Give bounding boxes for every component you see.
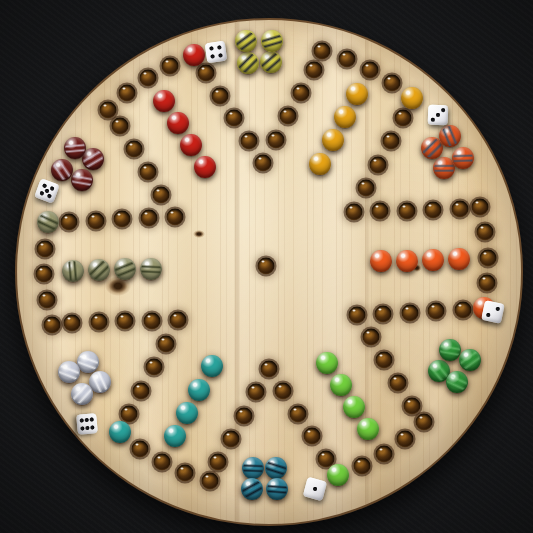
die-pip xyxy=(80,426,84,430)
die-6[interactable] xyxy=(76,413,98,435)
die-5[interactable] xyxy=(34,178,60,204)
hole[interactable] xyxy=(293,85,310,102)
hole[interactable] xyxy=(197,65,214,82)
die-pip xyxy=(209,46,214,51)
hole[interactable] xyxy=(362,329,379,346)
pieces-layer xyxy=(0,0,533,533)
marble-teal[interactable] xyxy=(176,402,198,424)
hole[interactable] xyxy=(404,397,421,414)
hole[interactable] xyxy=(267,131,284,148)
marble-teal[interactable] xyxy=(109,421,131,443)
marble-blueswirl[interactable] xyxy=(265,457,287,479)
hole[interactable] xyxy=(375,305,392,322)
wood-knot xyxy=(193,230,205,238)
hole[interactable] xyxy=(303,428,320,445)
die-pip xyxy=(50,186,55,191)
hole[interactable] xyxy=(477,224,494,241)
hole[interactable] xyxy=(162,57,179,74)
die-2[interactable] xyxy=(481,300,505,324)
hole[interactable] xyxy=(258,258,275,275)
marble-red[interactable] xyxy=(167,112,189,134)
hole[interactable] xyxy=(455,302,472,319)
hole[interactable] xyxy=(90,314,107,331)
die-pip xyxy=(90,425,94,429)
marble-orange[interactable] xyxy=(396,250,418,272)
hole[interactable] xyxy=(415,414,432,431)
marble-green[interactable] xyxy=(327,464,349,486)
die-pip xyxy=(218,53,223,58)
hole[interactable] xyxy=(143,312,160,329)
marble-pearl[interactable] xyxy=(77,351,99,373)
hole[interactable] xyxy=(357,180,374,197)
hole[interactable] xyxy=(140,210,157,227)
hole[interactable] xyxy=(428,303,445,320)
marble-orange[interactable] xyxy=(422,249,444,271)
hole[interactable] xyxy=(305,61,322,78)
hole[interactable] xyxy=(170,312,187,329)
die-pip xyxy=(47,194,52,199)
hole[interactable] xyxy=(314,43,331,60)
marble-gold[interactable] xyxy=(334,106,356,128)
marble-gold[interactable] xyxy=(322,129,344,151)
die-pip xyxy=(486,313,491,318)
marble-red[interactable] xyxy=(194,156,216,178)
marble-catseye[interactable] xyxy=(237,52,259,74)
hole[interactable] xyxy=(261,360,278,377)
hole[interactable] xyxy=(398,202,415,219)
marble-orangeswirl[interactable] xyxy=(452,147,474,169)
marble-pearl[interactable] xyxy=(71,383,93,405)
die-4[interactable] xyxy=(205,41,228,64)
die-pip xyxy=(90,418,94,422)
marble-teal[interactable] xyxy=(188,379,210,401)
die-pip xyxy=(431,118,435,122)
marble-green[interactable] xyxy=(316,352,338,374)
marble-camo[interactable] xyxy=(114,258,136,280)
hole[interactable] xyxy=(36,266,53,283)
hole[interactable] xyxy=(401,304,418,321)
hole[interactable] xyxy=(64,314,81,331)
marble-maroon[interactable] xyxy=(64,137,86,159)
die-pip xyxy=(85,425,89,429)
hole[interactable] xyxy=(60,213,77,230)
hole[interactable] xyxy=(38,291,55,308)
hole[interactable] xyxy=(36,240,53,257)
marble-blueswirl[interactable] xyxy=(241,478,263,500)
hole[interactable] xyxy=(376,352,393,369)
hole[interactable] xyxy=(132,440,149,457)
marble-gold[interactable] xyxy=(401,87,423,109)
marble-camo[interactable] xyxy=(88,259,110,281)
marble-blueswirl[interactable] xyxy=(242,457,264,479)
die-pip xyxy=(217,45,222,50)
hole[interactable] xyxy=(154,454,171,471)
hole[interactable] xyxy=(425,201,442,218)
marble-catseye[interactable] xyxy=(235,30,257,52)
marble-red[interactable] xyxy=(183,44,205,66)
marble-orangeswirl[interactable] xyxy=(439,125,461,147)
die-pip xyxy=(436,113,440,117)
marble-red[interactable] xyxy=(180,134,202,156)
hole[interactable] xyxy=(248,384,265,401)
die-pip xyxy=(313,487,318,492)
hole[interactable] xyxy=(43,316,60,333)
marble-camo[interactable] xyxy=(62,260,84,282)
hole[interactable] xyxy=(100,101,117,118)
marble-gold[interactable] xyxy=(309,153,331,175)
hole[interactable] xyxy=(375,446,392,463)
hole[interactable] xyxy=(145,359,162,376)
marble-orange[interactable] xyxy=(370,250,392,272)
marble-catseye[interactable] xyxy=(260,51,282,73)
hole[interactable] xyxy=(472,199,489,216)
hole[interactable] xyxy=(153,186,170,203)
hole[interactable] xyxy=(396,431,413,448)
marble-darkgreen[interactable] xyxy=(446,371,468,393)
hole[interactable] xyxy=(394,109,411,126)
hole[interactable] xyxy=(372,203,389,220)
hole[interactable] xyxy=(345,203,362,220)
die-pip xyxy=(85,418,89,422)
marble-darkgreen[interactable] xyxy=(459,349,481,371)
hole[interactable] xyxy=(361,61,378,78)
hole[interactable] xyxy=(140,69,157,86)
hole[interactable] xyxy=(111,118,128,135)
hole[interactable] xyxy=(125,141,142,158)
marble-catseye[interactable] xyxy=(261,30,283,52)
marble-camo[interactable] xyxy=(140,258,162,280)
die-1[interactable] xyxy=(303,477,327,501)
hole[interactable] xyxy=(235,407,252,424)
marble-pearl[interactable] xyxy=(58,361,80,383)
hole[interactable] xyxy=(348,306,365,323)
hole[interactable] xyxy=(222,430,239,447)
hole[interactable] xyxy=(201,472,218,489)
photo-scene xyxy=(0,0,533,533)
marble-camo[interactable] xyxy=(37,211,59,233)
hole[interactable] xyxy=(254,155,271,172)
hole[interactable] xyxy=(117,313,134,330)
hole[interactable] xyxy=(353,458,370,475)
hole[interactable] xyxy=(177,464,194,481)
die-pip xyxy=(210,54,215,59)
hole[interactable] xyxy=(119,84,136,101)
hole[interactable] xyxy=(479,249,496,266)
hole[interactable] xyxy=(121,406,138,423)
die-pip xyxy=(42,183,47,188)
marble-blueswirl[interactable] xyxy=(266,478,288,500)
die-pip xyxy=(495,307,500,312)
die-3[interactable] xyxy=(428,105,449,126)
hole[interactable] xyxy=(167,209,184,226)
marble-green[interactable] xyxy=(343,396,365,418)
marble-gold[interactable] xyxy=(346,83,368,105)
hole[interactable] xyxy=(226,110,243,127)
hole[interactable] xyxy=(139,163,156,180)
marble-teal[interactable] xyxy=(164,425,186,447)
hole[interactable] xyxy=(451,201,468,218)
die-pip xyxy=(39,191,44,196)
hole[interactable] xyxy=(114,211,131,228)
hole[interactable] xyxy=(158,335,175,352)
hole[interactable] xyxy=(133,382,150,399)
marble-red[interactable] xyxy=(153,90,175,112)
hole[interactable] xyxy=(383,75,400,92)
hole[interactable] xyxy=(212,87,229,104)
die-pip xyxy=(441,108,445,112)
hole[interactable] xyxy=(87,212,104,229)
marble-teal[interactable] xyxy=(201,355,223,377)
hole[interactable] xyxy=(370,156,387,173)
marble-maroon[interactable] xyxy=(71,169,93,191)
marble-green[interactable] xyxy=(330,374,352,396)
marble-maroon[interactable] xyxy=(51,159,73,181)
hole[interactable] xyxy=(338,51,355,68)
marble-maroon[interactable] xyxy=(82,148,104,170)
hole[interactable] xyxy=(289,405,306,422)
marble-orange[interactable] xyxy=(448,248,470,270)
hole[interactable] xyxy=(280,108,297,125)
marble-green[interactable] xyxy=(357,418,379,440)
die-pip xyxy=(79,419,83,423)
hole[interactable] xyxy=(390,374,407,391)
hole[interactable] xyxy=(210,454,227,471)
hole[interactable] xyxy=(479,275,496,292)
die-pip xyxy=(44,188,49,193)
hole[interactable] xyxy=(382,133,399,150)
hole[interactable] xyxy=(240,132,257,149)
hole[interactable] xyxy=(275,383,292,400)
